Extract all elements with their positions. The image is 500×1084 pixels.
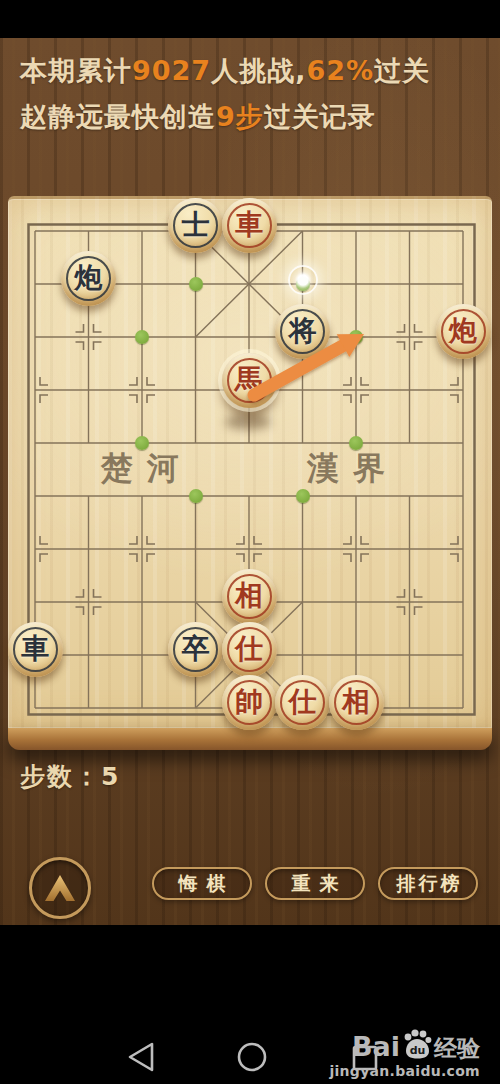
- piece-将-black[interactable]: 将: [275, 304, 330, 359]
- nav-back-button[interactable]: [126, 1041, 156, 1073]
- selected-piece-shadow: [225, 414, 271, 430]
- river-label-left: 楚河: [101, 447, 193, 491]
- record-line: 赵静远最快创造9步过关记录: [20, 99, 490, 135]
- svg-text:du: du: [410, 1044, 426, 1057]
- chevron-up-icon: [42, 873, 78, 903]
- record-prefix: 赵静远最快创造: [20, 101, 216, 132]
- piece-仕-red[interactable]: 仕: [275, 675, 330, 730]
- hint-dot[interactable]: [349, 330, 363, 344]
- record-steps: 9步: [216, 101, 264, 132]
- piece-馬-red[interactable]: 馬: [222, 353, 277, 408]
- piece-character: 馬: [235, 366, 263, 394]
- piece-character: 仕: [289, 688, 317, 716]
- river-label-right: 漢界: [307, 447, 399, 491]
- sparkle-highlight: [288, 265, 318, 295]
- expand-panel-button[interactable]: [29, 857, 91, 919]
- move-counter: 步数：5: [20, 760, 120, 793]
- board-bottom-edge: [8, 728, 492, 750]
- back-triangle-icon: [126, 1041, 156, 1073]
- challenge-stats-line: 本期累计9027人挑战,62%过关: [20, 53, 490, 89]
- baidu-watermark: Bai du 经验 jingyan.baidu.com: [320, 1028, 480, 1079]
- pass-rate: 62%: [306, 55, 374, 86]
- piece-character: 帥: [235, 688, 263, 716]
- restart-button[interactable]: 重来: [265, 867, 365, 900]
- piece-character: 士: [182, 211, 210, 239]
- baidu-paw-icon: du: [402, 1028, 432, 1060]
- piece-帥-red[interactable]: 帥: [222, 675, 277, 730]
- piece-character: 仕: [235, 635, 263, 663]
- xiangqi-board[interactable]: 楚河 漢界 士車炮将炮馬相車卒仕帥仕相: [8, 196, 492, 728]
- piece-character: 炮: [75, 264, 103, 292]
- piece-炮-black[interactable]: 炮: [61, 251, 116, 306]
- piece-character: 車: [21, 635, 49, 663]
- hint-dot[interactable]: [189, 277, 203, 291]
- hint-dot[interactable]: [349, 436, 363, 450]
- piece-車-black[interactable]: 車: [8, 622, 63, 677]
- hint-dot[interactable]: [296, 489, 310, 503]
- piece-character: 相: [235, 582, 263, 610]
- record-suffix: 过关记录: [264, 101, 376, 132]
- piece-相-red[interactable]: 相: [222, 569, 277, 624]
- stats-mid: 人挑战,: [211, 55, 306, 86]
- leaderboard-button[interactable]: 排行榜: [378, 867, 478, 900]
- hint-dot[interactable]: [189, 489, 203, 503]
- stats-prefix: 本期累计: [20, 55, 132, 86]
- piece-相-red[interactable]: 相: [329, 675, 384, 730]
- piece-character: 相: [342, 688, 370, 716]
- watermark-url: jingyan.baidu.com: [320, 1063, 480, 1079]
- stats-suffix: 过关: [374, 55, 430, 86]
- piece-character: 将: [289, 317, 317, 345]
- piece-士-black[interactable]: 士: [168, 198, 223, 253]
- challenger-count: 9027: [132, 55, 211, 86]
- undo-button[interactable]: 悔棋: [152, 867, 252, 900]
- piece-character: 卒: [182, 635, 210, 663]
- hint-dot[interactable]: [135, 330, 149, 344]
- piece-仕-red[interactable]: 仕: [222, 622, 277, 677]
- piece-炮-red[interactable]: 炮: [436, 304, 491, 359]
- piece-卒-black[interactable]: 卒: [168, 622, 223, 677]
- piece-character: 車: [235, 211, 263, 239]
- hint-dot[interactable]: [135, 436, 149, 450]
- status-bar: [0, 0, 500, 38]
- piece-車-red[interactable]: 車: [222, 198, 277, 253]
- nav-home-button[interactable]: [236, 1041, 268, 1073]
- baidu-logo-text: Bai: [352, 1033, 400, 1060]
- jingyan-logo-text: 经验: [434, 1036, 480, 1060]
- piece-character: 炮: [449, 317, 477, 345]
- home-circle-icon: [236, 1041, 268, 1073]
- app-screen: 本期累计9027人挑战,62%过关 赵静远最快创造9步过关记录 楚河 漢界 士車…: [0, 0, 500, 1084]
